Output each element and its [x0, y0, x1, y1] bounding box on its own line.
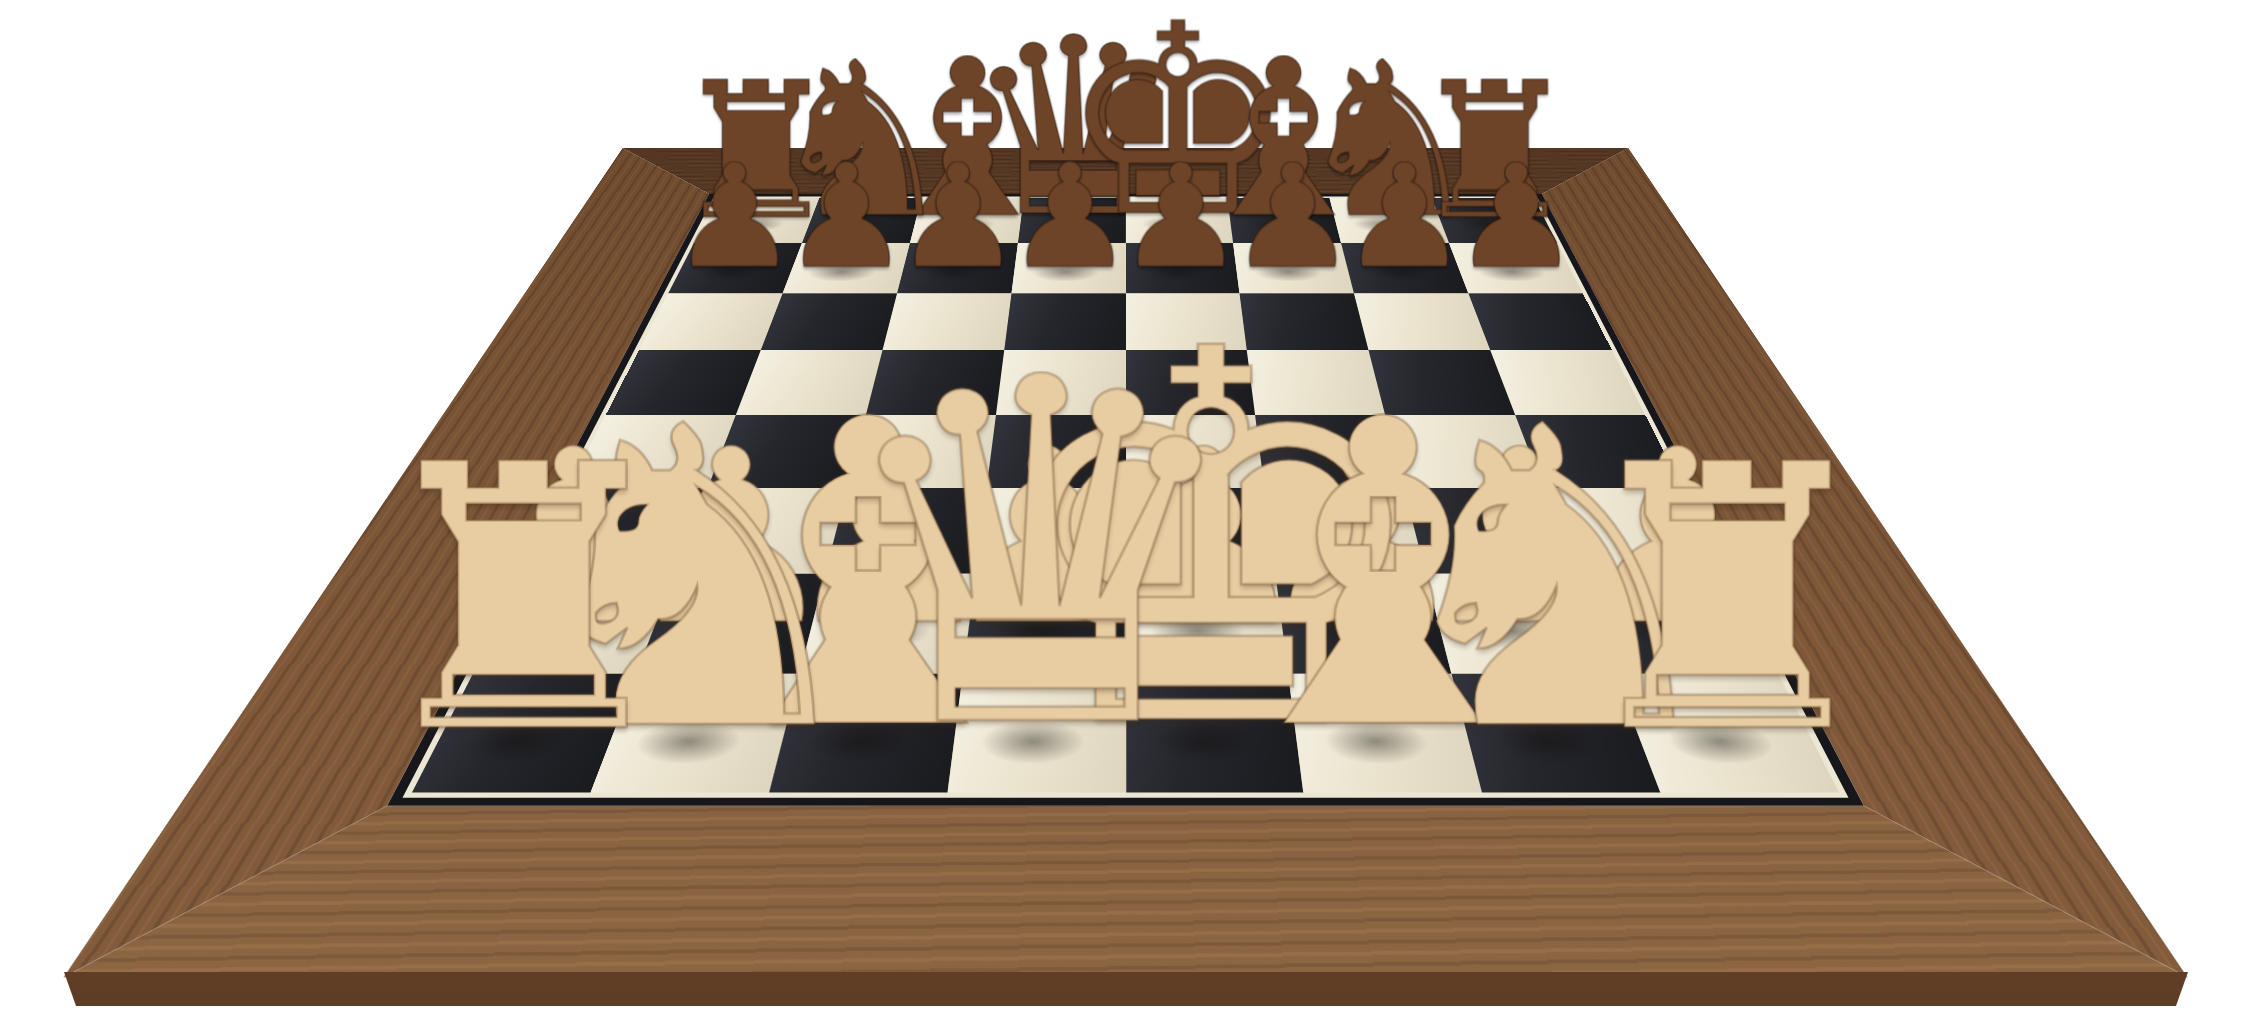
piece-white-rook-a1[interactable]: ♜ [360, 458, 688, 743]
piece-black-pawn-b7[interactable]: ♟ [782, 161, 911, 273]
square-h1[interactable]: ♜ [1615, 674, 1839, 793]
piece-black-pawn-h7[interactable]: ♟ [1452, 161, 1581, 273]
square-h7[interactable]: ♟ [1449, 243, 1583, 293]
piece-white-rook-h1[interactable]: ♜ [1564, 458, 1892, 743]
piece-black-pawn-a7[interactable]: ♟ [670, 161, 799, 273]
chessboard: ♜♞♝♛♚♝♞♜♟♟♟♟♟♟♟♟♟♟♟♟♟♟♟♟♜♞♝♛♚♝♞♜ [64, 148, 2188, 977]
photo-background: ♜♞♝♛♚♝♞♜♟♟♟♟♟♟♟♟♟♟♟♟♟♟♟♟♜♞♝♛♚♝♞♜ [0, 0, 2249, 1024]
square-a1[interactable]: ♜ [412, 674, 636, 793]
